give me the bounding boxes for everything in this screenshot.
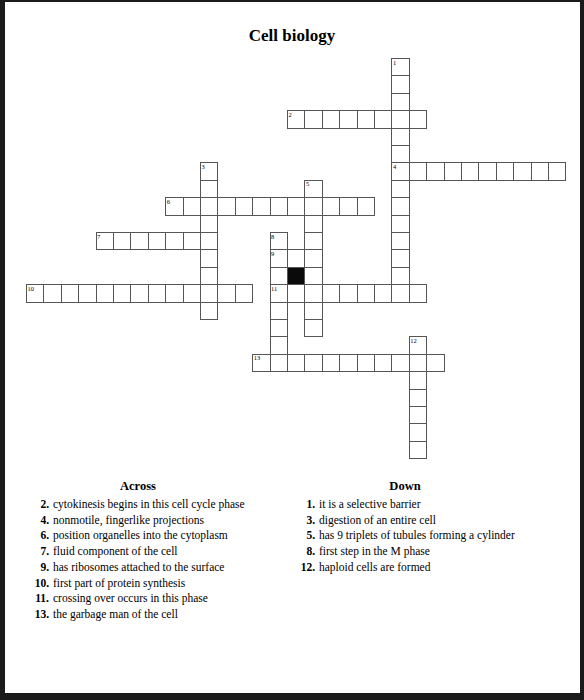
- grid-cell[interactable]: [200, 215, 218, 233]
- grid-cell[interactable]: [391, 232, 409, 250]
- grid-cell[interactable]: [252, 197, 270, 215]
- clue-line: 3.digestion of an entire cell: [250, 513, 560, 529]
- cell-number-label: 9: [271, 250, 274, 257]
- clue-text: nonmotile, fingerlike projections: [53, 513, 204, 529]
- grid-cell[interactable]: [287, 354, 305, 372]
- grid-cell[interactable]: [78, 284, 96, 302]
- grid-cell[interactable]: [287, 284, 305, 302]
- grid-cell[interactable]: [409, 284, 427, 302]
- grid-cell[interactable]: [391, 267, 409, 285]
- across-header: Across: [20, 479, 256, 494]
- grid-cell[interactable]: [391, 110, 409, 128]
- grid-cell[interactable]: [478, 162, 496, 180]
- clue-text: haploid cells are formed: [319, 560, 430, 576]
- cell-number-label: 1: [393, 59, 396, 66]
- grid-cell[interactable]: [357, 354, 375, 372]
- clue-line: 13.the garbage man of the cell: [20, 607, 256, 623]
- grid-cell[interactable]: [444, 162, 462, 180]
- grid-cell[interactable]: [339, 110, 357, 128]
- grid-cell[interactable]: [304, 267, 322, 285]
- clue-text: has 9 triplets of tubules forming a cyli…: [319, 528, 515, 544]
- grid-cell[interactable]: [391, 75, 409, 93]
- grid-cell[interactable]: [374, 354, 392, 372]
- grid-cell[interactable]: [391, 180, 409, 198]
- grid-cell[interactable]: [200, 302, 218, 320]
- page-edge-bottom: [0, 693, 584, 700]
- grid-cell[interactable]: [531, 162, 549, 180]
- grid-cell[interactable]: [217, 284, 235, 302]
- grid-cell[interactable]: [461, 162, 479, 180]
- clue-line: 4.nonmotile, fingerlike projections: [20, 513, 256, 529]
- clue-number: 13.: [20, 607, 49, 623]
- grid-cell[interactable]: [130, 284, 148, 302]
- clue-line: 8.first step in the M phase: [250, 544, 560, 560]
- clue-number: 7.: [20, 544, 49, 560]
- clue-line: 10.first part of protein synthesis: [20, 576, 256, 592]
- grid-cell[interactable]: [304, 232, 322, 250]
- grid-cell[interactable]: [287, 197, 305, 215]
- cell-number-holder: 8: [270, 232, 288, 250]
- clue-text: first part of protein synthesis: [53, 576, 185, 592]
- grid-cell[interactable]: [409, 354, 427, 372]
- grid-cell[interactable]: [322, 110, 340, 128]
- grid-cell[interactable]: [304, 302, 322, 320]
- grid-cell[interactable]: [235, 197, 253, 215]
- clue-text: fluid component of the cell: [53, 544, 178, 560]
- grid-cell[interactable]: [409, 110, 427, 128]
- grid-cell[interactable]: [148, 284, 166, 302]
- across-clues-section: Across 2.cytokinesis begins in this cell…: [20, 479, 256, 623]
- clue-number: 9.: [20, 560, 49, 576]
- grid-cell[interactable]: [513, 162, 531, 180]
- down-clues-section: Down 1.it is a selective barrier3.digest…: [250, 479, 560, 576]
- grid-cell[interactable]: [304, 319, 322, 337]
- grid-cell[interactable]: [548, 162, 566, 180]
- cell-number-label: 3: [202, 163, 205, 170]
- grid-cell[interactable]: [391, 93, 409, 111]
- clue-number: 6.: [20, 528, 49, 544]
- grid-cell[interactable]: [357, 197, 375, 215]
- grid-cell[interactable]: [409, 371, 427, 389]
- clue-line: 2.cytokinesis begins in this cell cycle …: [20, 497, 256, 513]
- grid-cell[interactable]: [339, 197, 357, 215]
- blocked-cell: [287, 267, 305, 285]
- grid-cell[interactable]: [148, 232, 166, 250]
- grid-cell[interactable]: [304, 215, 322, 233]
- grid-cell[interactable]: [426, 162, 444, 180]
- down-header: Down: [250, 479, 560, 494]
- clue-text: cytokinesis begins in this cell cycle ph…: [53, 497, 245, 513]
- grid-cell[interactable]: [391, 145, 409, 163]
- clue-number: 2.: [20, 497, 49, 513]
- clue-text: it is a selective barrier: [319, 497, 421, 513]
- cell-number-label: 7: [97, 233, 100, 240]
- cell-number-holder: 7: [96, 232, 114, 250]
- cell-number-label: 2: [289, 111, 292, 118]
- grid-cell[interactable]: [391, 215, 409, 233]
- clue-text: crossing over occurs in this phase: [53, 591, 208, 607]
- grid-cell[interactable]: [304, 354, 322, 372]
- grid-cell[interactable]: [200, 232, 218, 250]
- grid-cell[interactable]: [409, 423, 427, 441]
- grid-cell[interactable]: [391, 197, 409, 215]
- clue-line: 5.has 9 triplets of tubules forming a cy…: [250, 528, 560, 544]
- grid-cell[interactable]: [270, 267, 288, 285]
- clue-line: 6.position organelles into the cytoplasm: [20, 528, 256, 544]
- grid-cell[interactable]: [200, 197, 218, 215]
- clue-number: 11.: [20, 591, 49, 607]
- clue-line: 9.has ribosomes attached to the surface: [20, 560, 256, 576]
- clue-line: 11.crossing over occurs in this phase: [20, 591, 256, 607]
- clue-text: has ribosomes attached to the surface: [53, 560, 224, 576]
- cell-number-holder: 11: [270, 284, 288, 302]
- grid-cell[interactable]: [391, 249, 409, 267]
- cell-number-label: 11: [271, 285, 277, 292]
- grid-cell[interactable]: [270, 319, 288, 337]
- grid-cell[interactable]: [322, 284, 340, 302]
- cell-number-holder: 3: [200, 162, 218, 180]
- clue-text: first step in the M phase: [319, 544, 430, 560]
- grid-cell[interactable]: [200, 284, 218, 302]
- cell-number-holder: 10: [26, 284, 44, 302]
- grid-cell[interactable]: [304, 110, 322, 128]
- clue-line: 1.it is a selective barrier: [250, 497, 560, 513]
- clue-line: 12.haploid cells are formed: [250, 560, 560, 576]
- clue-text: the garbage man of the cell: [53, 607, 178, 623]
- cell-number-label: 5: [306, 180, 309, 187]
- across-clue-list: 2.cytokinesis begins in this cell cycle …: [20, 497, 256, 623]
- grid-cell[interactable]: [322, 197, 340, 215]
- cell-number-holder: 9: [270, 249, 288, 267]
- grid-cell[interactable]: [270, 336, 288, 354]
- cell-number-holder: 2: [287, 110, 305, 128]
- grid-cell[interactable]: [322, 354, 340, 372]
- grid-cell[interactable]: [200, 267, 218, 285]
- grid-cell[interactable]: [113, 232, 131, 250]
- grid-cell[interactable]: [496, 162, 514, 180]
- grid-cell[interactable]: [426, 354, 444, 372]
- cell-number-holder: 13: [252, 354, 270, 372]
- clue-text: position organelles into the cytoplasm: [53, 528, 228, 544]
- grid-cell[interactable]: [304, 197, 322, 215]
- cell-number-holder: 6: [165, 197, 183, 215]
- cell-number-label: 12: [410, 337, 417, 344]
- grid-cell[interactable]: [183, 197, 201, 215]
- cell-number-label: 4: [393, 163, 396, 170]
- grid-cell[interactable]: [357, 110, 375, 128]
- grid-cell[interactable]: [183, 232, 201, 250]
- grid-cell[interactable]: [304, 249, 322, 267]
- grid-cell[interactable]: [357, 284, 375, 302]
- grid-cell[interactable]: [374, 284, 392, 302]
- grid-cell[interactable]: [270, 354, 288, 372]
- clue-number: 4.: [20, 513, 49, 529]
- clue-number: 10.: [20, 576, 49, 592]
- clue-number: 8.: [250, 544, 315, 560]
- clue-number: 1.: [250, 497, 315, 513]
- grid-cell[interactable]: [339, 284, 357, 302]
- clue-number: 3.: [250, 513, 315, 529]
- grid-cell[interactable]: [287, 249, 305, 267]
- grid-cell[interactable]: [270, 197, 288, 215]
- crossword-grid: 12345678910111213: [0, 0, 584, 470]
- grid-cell[interactable]: [217, 197, 235, 215]
- cell-number-label: 13: [254, 354, 261, 361]
- grid-cell[interactable]: [235, 284, 253, 302]
- grid-cell[interactable]: [270, 302, 288, 320]
- cell-number-holder: 5: [304, 180, 322, 198]
- grid-cell[interactable]: [409, 162, 427, 180]
- grid-cell[interactable]: [409, 406, 427, 424]
- grid-cell[interactable]: [391, 128, 409, 146]
- grid-cell[interactable]: [200, 249, 218, 267]
- grid-cell[interactable]: [183, 284, 201, 302]
- grid-cell[interactable]: [409, 389, 427, 407]
- grid-cell[interactable]: [165, 232, 183, 250]
- clue-number: 12.: [250, 560, 315, 576]
- grid-cell[interactable]: [96, 284, 114, 302]
- down-clue-list: 1.it is a selective barrier3.digestion o…: [250, 497, 560, 576]
- grid-cell[interactable]: [165, 284, 183, 302]
- clue-text: digestion of an entire cell: [319, 513, 436, 529]
- cell-number-label: 10: [28, 285, 35, 292]
- grid-cell[interactable]: [200, 180, 218, 198]
- grid-cell[interactable]: [113, 284, 131, 302]
- clue-number: 5.: [250, 528, 315, 544]
- cell-number-holder: 4: [391, 162, 409, 180]
- grid-cell[interactable]: [391, 284, 409, 302]
- cell-number-holder: 1: [391, 58, 409, 76]
- grid-cell[interactable]: [43, 284, 61, 302]
- grid-cell[interactable]: [130, 232, 148, 250]
- cell-number-label: 8: [271, 233, 274, 240]
- grid-cell[interactable]: [391, 354, 409, 372]
- cell-number-holder: 12: [409, 336, 427, 354]
- cell-number-label: 6: [167, 198, 170, 205]
- grid-cell[interactable]: [409, 441, 427, 459]
- grid-cell[interactable]: [374, 110, 392, 128]
- grid-cell[interactable]: [339, 354, 357, 372]
- clue-line: 7.fluid component of the cell: [20, 544, 256, 560]
- grid-cell[interactable]: [304, 284, 322, 302]
- grid-cell[interactable]: [61, 284, 79, 302]
